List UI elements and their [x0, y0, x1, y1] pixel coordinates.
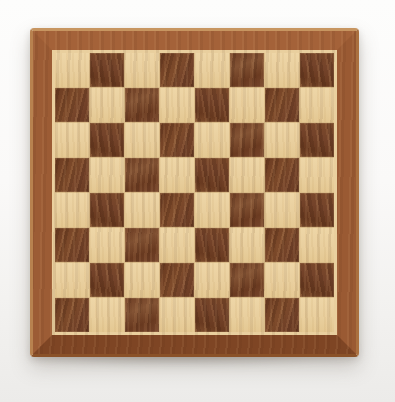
square-c8[interactable]	[125, 53, 159, 87]
square-d8[interactable]	[160, 53, 194, 87]
square-a6[interactable]	[55, 123, 89, 157]
photo-background	[0, 0, 395, 402]
square-h3[interactable]	[300, 228, 334, 262]
square-b6[interactable]	[90, 123, 124, 157]
square-d1[interactable]	[160, 298, 194, 332]
square-c1[interactable]	[125, 298, 159, 332]
square-f6[interactable]	[230, 123, 264, 157]
square-b2[interactable]	[90, 263, 124, 297]
square-f3[interactable]	[230, 228, 264, 262]
square-e3[interactable]	[195, 228, 229, 262]
square-b7[interactable]	[90, 88, 124, 122]
square-h4[interactable]	[300, 193, 334, 227]
square-f8[interactable]	[230, 53, 264, 87]
square-b1[interactable]	[90, 298, 124, 332]
square-a2[interactable]	[55, 263, 89, 297]
square-f2[interactable]	[230, 263, 264, 297]
square-a1[interactable]	[55, 298, 89, 332]
square-a7[interactable]	[55, 88, 89, 122]
square-d5[interactable]	[160, 158, 194, 192]
square-h5[interactable]	[300, 158, 334, 192]
square-b3[interactable]	[90, 228, 124, 262]
square-e7[interactable]	[195, 88, 229, 122]
square-a8[interactable]	[55, 53, 89, 87]
square-e8[interactable]	[195, 53, 229, 87]
square-a4[interactable]	[55, 193, 89, 227]
board-frame	[33, 31, 356, 354]
square-h7[interactable]	[300, 88, 334, 122]
square-f1[interactable]	[230, 298, 264, 332]
square-c4[interactable]	[125, 193, 159, 227]
square-c6[interactable]	[125, 123, 159, 157]
square-a5[interactable]	[55, 158, 89, 192]
square-g1[interactable]	[265, 298, 299, 332]
square-c2[interactable]	[125, 263, 159, 297]
square-f7[interactable]	[230, 88, 264, 122]
square-d2[interactable]	[160, 263, 194, 297]
square-f4[interactable]	[230, 193, 264, 227]
square-h1[interactable]	[300, 298, 334, 332]
square-e6[interactable]	[195, 123, 229, 157]
square-e1[interactable]	[195, 298, 229, 332]
square-d4[interactable]	[160, 193, 194, 227]
square-e5[interactable]	[195, 158, 229, 192]
square-c3[interactable]	[125, 228, 159, 262]
square-b5[interactable]	[90, 158, 124, 192]
square-g5[interactable]	[265, 158, 299, 192]
square-d7[interactable]	[160, 88, 194, 122]
square-e2[interactable]	[195, 263, 229, 297]
square-a3[interactable]	[55, 228, 89, 262]
square-c5[interactable]	[125, 158, 159, 192]
square-h2[interactable]	[300, 263, 334, 297]
square-g4[interactable]	[265, 193, 299, 227]
square-g3[interactable]	[265, 228, 299, 262]
square-g7[interactable]	[265, 88, 299, 122]
square-e4[interactable]	[195, 193, 229, 227]
chessboard	[30, 28, 359, 357]
square-c7[interactable]	[125, 88, 159, 122]
square-b4[interactable]	[90, 193, 124, 227]
square-b8[interactable]	[90, 53, 124, 87]
board-frame-bevel	[30, 28, 359, 357]
square-g2[interactable]	[265, 263, 299, 297]
square-g6[interactable]	[265, 123, 299, 157]
square-h8[interactable]	[300, 53, 334, 87]
square-h6[interactable]	[300, 123, 334, 157]
square-f5[interactable]	[230, 158, 264, 192]
board-grid	[55, 53, 334, 332]
square-g8[interactable]	[265, 53, 299, 87]
board-inlay-border	[52, 50, 337, 335]
square-d6[interactable]	[160, 123, 194, 157]
square-d3[interactable]	[160, 228, 194, 262]
